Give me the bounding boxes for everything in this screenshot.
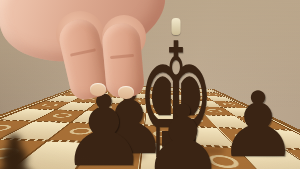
player-hand[interactable] bbox=[0, 0, 200, 115]
black-pawn-blurred-foreground[interactable]: ♟ bbox=[0, 126, 50, 169]
black-pawn-blurred-glyph: ♟ bbox=[0, 119, 50, 169]
middle-fingernail bbox=[118, 86, 134, 99]
black-pawn-right-glyph: ♟ bbox=[218, 72, 299, 169]
index-fingernail bbox=[90, 83, 106, 96]
photo-frame: ♚ ♟ ♟ ♟ ♟ ♟ bbox=[0, 0, 300, 169]
black-pawn-right[interactable]: ♟ bbox=[218, 80, 299, 169]
